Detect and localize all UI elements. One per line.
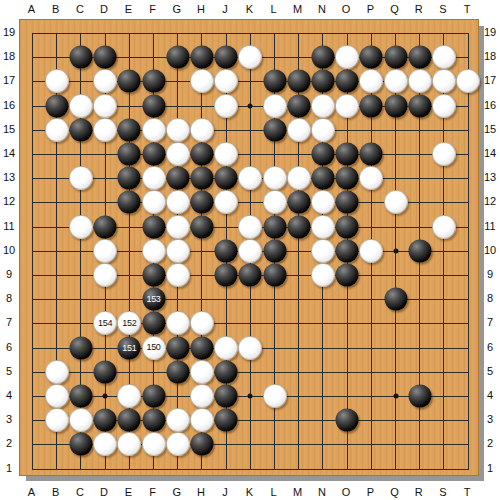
stone-move-151: 151 xyxy=(118,336,141,359)
stone-L15-black xyxy=(263,118,286,141)
right-coordinate-17: 17 xyxy=(484,74,496,86)
stone-R10-black xyxy=(408,239,431,262)
right-coordinate-4: 4 xyxy=(487,389,493,401)
stone-J18-black xyxy=(215,46,238,69)
stone-L16-white xyxy=(263,94,287,118)
stone-K10-white xyxy=(238,239,262,263)
stone-F3-black xyxy=(142,409,165,432)
stone-N9-white xyxy=(311,263,335,287)
stone-F13-white xyxy=(142,166,166,190)
stone-P18-black xyxy=(360,46,383,69)
stone-C4-black xyxy=(69,385,92,408)
stone-move-152: 152 xyxy=(117,311,141,335)
stone-G9-white xyxy=(166,263,190,287)
left-coordinate-4: 4 xyxy=(6,389,12,401)
top-coordinate-B: B xyxy=(52,3,59,15)
stone-E4-white xyxy=(117,384,141,408)
bottom-coordinate-J: J xyxy=(222,486,228,498)
left-coordinate-7: 7 xyxy=(6,316,12,328)
stone-D16-white xyxy=(93,94,117,118)
stone-Q17-white xyxy=(384,69,408,93)
stone-G7-white xyxy=(166,311,190,335)
left-coordinate-5: 5 xyxy=(6,365,12,377)
stone-N17-black xyxy=(311,70,334,93)
stone-D2-white xyxy=(93,432,117,456)
bottom-coordinate-E: E xyxy=(125,486,132,498)
stone-E13-black xyxy=(118,167,141,190)
top-coordinate-K: K xyxy=(246,3,253,15)
stone-move-150: 150 xyxy=(142,336,166,360)
stone-O3-black xyxy=(336,409,359,432)
left-coordinate-15: 15 xyxy=(3,123,15,135)
left-coordinate-8: 8 xyxy=(6,292,12,304)
stone-N14-black xyxy=(311,143,334,166)
stone-J17-white xyxy=(214,69,238,93)
stone-D17-white xyxy=(93,69,117,93)
stone-N11-white xyxy=(311,215,335,239)
stone-P13-white xyxy=(359,166,383,190)
top-coordinate-R: R xyxy=(415,3,423,15)
stone-O17-black xyxy=(336,70,359,93)
stone-O16-white xyxy=(335,94,359,118)
stone-M13-white xyxy=(287,166,311,190)
stone-M11-black xyxy=(287,215,310,238)
stone-G15-white xyxy=(166,118,190,142)
stone-move-153: 153 xyxy=(142,288,165,311)
left-coordinate-18: 18 xyxy=(3,50,15,62)
stone-L17-black xyxy=(263,70,286,93)
stone-F14-black xyxy=(142,143,165,166)
top-coordinate-S: S xyxy=(439,3,446,15)
stone-M12-black xyxy=(287,191,310,214)
left-coordinate-14: 14 xyxy=(3,147,15,159)
stone-K6-white xyxy=(238,336,262,360)
stone-G13-black xyxy=(166,167,189,190)
right-coordinate-16: 16 xyxy=(484,99,496,111)
stone-G18-black xyxy=(166,46,189,69)
stone-F2-white xyxy=(142,432,166,456)
go-game-window: 153154152151150 AABBCCDDEEFFGGHHJJKKLLMM… xyxy=(0,0,500,500)
star-point-K16 xyxy=(248,103,253,108)
stone-E2-white xyxy=(117,432,141,456)
stone-F7-black xyxy=(142,312,165,335)
stone-L11-black xyxy=(263,215,286,238)
star-point-K4 xyxy=(248,394,253,399)
stone-F15-white xyxy=(142,118,166,142)
bottom-coordinate-H: H xyxy=(197,486,205,498)
stone-D5-black xyxy=(94,360,117,383)
top-coordinate-L: L xyxy=(270,3,276,15)
right-coordinate-13: 13 xyxy=(484,171,496,183)
stone-F16-black xyxy=(142,94,165,117)
stone-H14-black xyxy=(190,143,213,166)
right-coordinate-14: 14 xyxy=(484,147,496,159)
bottom-coordinate-Q: Q xyxy=(390,486,399,498)
stone-C15-black xyxy=(69,118,92,141)
stone-E3-black xyxy=(118,409,141,432)
stone-O11-black xyxy=(336,215,359,238)
stone-N16-white xyxy=(311,94,335,118)
left-coordinate-3: 3 xyxy=(6,413,12,425)
left-coordinate-12: 12 xyxy=(3,195,15,207)
top-coordinate-Q: Q xyxy=(390,3,399,15)
right-coordinate-5: 5 xyxy=(487,365,493,377)
stone-J13-black xyxy=(215,167,238,190)
stone-G3-white xyxy=(166,408,190,432)
bottom-coordinate-T: T xyxy=(464,486,471,498)
stone-O10-black xyxy=(336,239,359,262)
stone-D18-black xyxy=(94,46,117,69)
stone-S17-white xyxy=(432,69,456,93)
stone-C18-black xyxy=(69,46,92,69)
right-coordinate-12: 12 xyxy=(484,195,496,207)
top-coordinate-F: F xyxy=(149,3,156,15)
stone-F11-black xyxy=(142,215,165,238)
top-coordinate-G: G xyxy=(172,3,181,15)
bottom-coordinate-R: R xyxy=(415,486,423,498)
stone-O9-black xyxy=(336,264,359,287)
stone-O12-black xyxy=(336,191,359,214)
stone-G5-black xyxy=(166,360,189,383)
stone-N10-white xyxy=(311,239,335,263)
star-point-Q10 xyxy=(393,248,398,253)
stone-K11-white xyxy=(238,215,262,239)
right-coordinate-7: 7 xyxy=(487,316,493,328)
stone-N12-white xyxy=(311,190,335,214)
stone-F17-black xyxy=(142,70,165,93)
stone-B5-white xyxy=(45,360,69,384)
stone-L10-black xyxy=(263,239,286,262)
stone-O18-white xyxy=(335,45,359,69)
right-coordinate-2: 2 xyxy=(487,437,493,449)
right-coordinate-10: 10 xyxy=(484,244,496,256)
stone-S11-white xyxy=(432,215,456,239)
left-coordinate-6: 6 xyxy=(6,341,12,353)
bottom-coordinate-P: P xyxy=(367,486,374,498)
stone-H3-white xyxy=(190,408,214,432)
stone-J14-white xyxy=(214,142,238,166)
stone-D15-white xyxy=(93,118,117,142)
stone-H13-black xyxy=(190,167,213,190)
stone-G12-white xyxy=(166,190,190,214)
bottom-coordinate-K: K xyxy=(246,486,253,498)
stone-G14-white xyxy=(166,142,190,166)
stone-N13-black xyxy=(311,167,334,190)
stone-H5-white xyxy=(190,360,214,384)
stone-H6-black xyxy=(190,336,213,359)
right-coordinate-11: 11 xyxy=(484,220,495,232)
stone-H2-black xyxy=(190,433,213,456)
stone-Q12-white xyxy=(384,190,408,214)
left-coordinate-10: 10 xyxy=(3,244,15,256)
bottom-coordinate-B: B xyxy=(52,486,59,498)
star-point-D4 xyxy=(103,394,108,399)
stone-Q16-black xyxy=(384,94,407,117)
stone-H12-black xyxy=(190,191,213,214)
stone-E12-black xyxy=(118,191,141,214)
stone-K9-black xyxy=(239,264,262,287)
stone-M15-white xyxy=(287,118,311,142)
stone-B4-white xyxy=(45,384,69,408)
stone-H17-white xyxy=(190,69,214,93)
top-coordinate-P: P xyxy=(367,3,374,15)
stone-T17-white xyxy=(456,69,480,93)
stone-M16-black xyxy=(287,94,310,117)
stone-F10-white xyxy=(142,239,166,263)
stone-Q8-black xyxy=(384,288,407,311)
right-coordinate-9: 9 xyxy=(487,268,493,280)
stone-P10-white xyxy=(359,239,383,263)
stone-J10-black xyxy=(215,239,238,262)
stone-C16-white xyxy=(69,94,93,118)
go-board[interactable]: 153154152151150 xyxy=(19,19,479,476)
bottom-coordinate-S: S xyxy=(439,486,446,498)
stone-N15-white xyxy=(311,118,335,142)
stone-R18-black xyxy=(408,46,431,69)
stone-F9-black xyxy=(142,264,165,287)
bottom-coordinate-L: L xyxy=(270,486,276,498)
bottom-coordinate-C: C xyxy=(76,486,84,498)
stone-L12-white xyxy=(263,190,287,214)
stone-M17-black xyxy=(287,70,310,93)
stone-J3-black xyxy=(215,409,238,432)
stone-L4-white xyxy=(263,384,287,408)
stone-P16-black xyxy=(360,94,383,117)
bottom-coordinate-A: A xyxy=(28,486,35,498)
bottom-coordinate-G: G xyxy=(172,486,181,498)
stone-H7-white xyxy=(190,311,214,335)
stone-move-154: 154 xyxy=(93,311,117,335)
stone-D11-black xyxy=(94,215,117,238)
top-coordinate-J: J xyxy=(222,3,228,15)
top-coordinate-H: H xyxy=(197,3,205,15)
bottom-coordinate-N: N xyxy=(318,486,326,498)
stone-S18-white xyxy=(432,45,456,69)
top-coordinate-E: E xyxy=(125,3,132,15)
stone-L9-black xyxy=(263,264,286,287)
top-coordinate-C: C xyxy=(76,3,84,15)
bottom-coordinate-D: D xyxy=(100,486,108,498)
top-coordinate-T: T xyxy=(464,3,471,15)
stone-H18-black xyxy=(190,46,213,69)
stone-J16-white xyxy=(214,94,238,118)
bottom-coordinate-F: F xyxy=(149,486,156,498)
stone-H4-white xyxy=(190,384,214,408)
stone-N18-black xyxy=(311,46,334,69)
stone-Q18-black xyxy=(384,46,407,69)
stone-C11-white xyxy=(69,215,93,239)
stone-B16-black xyxy=(45,94,68,117)
stone-J6-white xyxy=(214,336,238,360)
stone-B3-white xyxy=(45,408,69,432)
top-coordinate-D: D xyxy=(100,3,108,15)
top-coordinate-A: A xyxy=(28,3,35,15)
left-coordinate-16: 16 xyxy=(3,99,15,111)
stone-B17-white xyxy=(45,69,69,93)
stone-R16-black xyxy=(408,94,431,117)
stone-J5-black xyxy=(215,360,238,383)
left-coordinate-9: 9 xyxy=(6,268,12,280)
stone-P14-black xyxy=(360,143,383,166)
stone-C6-black xyxy=(69,336,92,359)
bottom-coordinate-O: O xyxy=(342,486,351,498)
stone-C13-white xyxy=(69,166,93,190)
stone-J4-black xyxy=(215,385,238,408)
stone-P17-white xyxy=(359,69,383,93)
stone-S16-white xyxy=(432,94,456,118)
left-coordinate-17: 17 xyxy=(3,74,15,86)
left-coordinate-1: 1 xyxy=(6,462,12,474)
right-coordinate-8: 8 xyxy=(487,292,493,304)
stone-G11-white xyxy=(166,215,190,239)
stone-K13-white xyxy=(238,166,262,190)
right-coordinate-3: 3 xyxy=(487,413,493,425)
stone-K18-white xyxy=(238,45,262,69)
stone-E17-black xyxy=(118,70,141,93)
top-coordinate-O: O xyxy=(342,3,351,15)
stone-O13-black xyxy=(336,167,359,190)
stone-F4-black xyxy=(142,385,165,408)
left-coordinate-13: 13 xyxy=(3,171,15,183)
top-coordinate-N: N xyxy=(318,3,326,15)
right-coordinate-15: 15 xyxy=(484,123,496,135)
stone-G10-white xyxy=(166,239,190,263)
right-coordinate-6: 6 xyxy=(487,341,493,353)
star-point-Q4 xyxy=(393,394,398,399)
stone-G2-white xyxy=(166,432,190,456)
stone-J12-white xyxy=(214,190,238,214)
stone-R4-black xyxy=(408,385,431,408)
stone-D10-white xyxy=(93,239,117,263)
stone-C3-white xyxy=(69,408,93,432)
grid-line-vertical xyxy=(468,33,469,470)
stone-H15-white xyxy=(190,118,214,142)
stone-E14-black xyxy=(118,143,141,166)
right-coordinate-1: 1 xyxy=(487,462,493,474)
stone-D9-white xyxy=(93,263,117,287)
stone-L13-white xyxy=(263,166,287,190)
right-coordinate-18: 18 xyxy=(484,50,496,62)
stone-D3-black xyxy=(94,409,117,432)
left-coordinate-11: 11 xyxy=(3,220,14,232)
stone-C2-black xyxy=(69,433,92,456)
stone-H11-black xyxy=(190,215,213,238)
stone-O14-black xyxy=(336,143,359,166)
bottom-coordinate-M: M xyxy=(293,486,302,498)
right-coordinate-19: 19 xyxy=(484,26,496,38)
stone-E15-black xyxy=(118,118,141,141)
stone-F12-white xyxy=(142,190,166,214)
stone-S14-white xyxy=(432,142,456,166)
left-coordinate-19: 19 xyxy=(3,26,15,38)
grid-line-horizontal xyxy=(32,469,469,470)
stone-B15-white xyxy=(45,118,69,142)
left-coordinate-2: 2 xyxy=(6,437,12,449)
stone-R17-white xyxy=(408,69,432,93)
top-coordinate-M: M xyxy=(293,3,302,15)
stone-J9-black xyxy=(215,264,238,287)
stone-G6-black xyxy=(166,336,189,359)
